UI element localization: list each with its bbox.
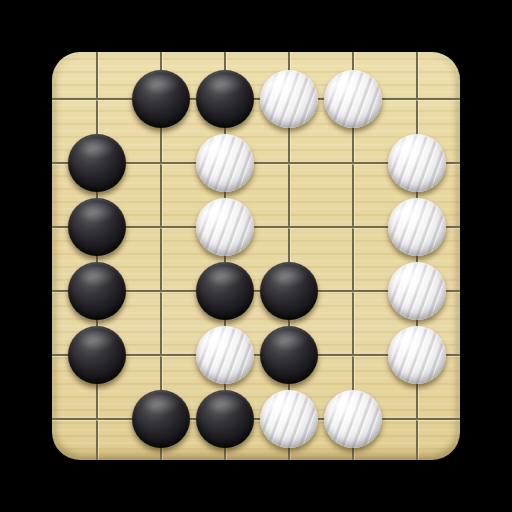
stone-black[interactable] [132, 70, 190, 128]
stone-white[interactable] [388, 326, 446, 384]
stone-black[interactable] [68, 326, 126, 384]
stone-black[interactable] [68, 262, 126, 320]
stone-white[interactable] [388, 198, 446, 256]
stone-white[interactable] [324, 70, 382, 128]
stone-black[interactable] [68, 134, 126, 192]
grid-line-vertical [96, 52, 98, 460]
go-board[interactable] [52, 52, 460, 460]
stone-white[interactable] [324, 390, 382, 448]
stone-black[interactable] [132, 390, 190, 448]
stone-black[interactable] [260, 326, 318, 384]
stone-black[interactable] [260, 262, 318, 320]
stone-black[interactable] [196, 262, 254, 320]
stone-white[interactable] [388, 262, 446, 320]
stone-white[interactable] [260, 390, 318, 448]
stone-white[interactable] [196, 134, 254, 192]
stone-black[interactable] [68, 198, 126, 256]
stone-black[interactable] [196, 70, 254, 128]
grid-line-horizontal [52, 98, 460, 100]
stone-white[interactable] [260, 70, 318, 128]
stone-white[interactable] [388, 134, 446, 192]
stone-white[interactable] [196, 198, 254, 256]
grid-line-vertical [416, 52, 418, 460]
grid-line-horizontal [52, 418, 460, 420]
stone-white[interactable] [196, 326, 254, 384]
app-background: { "game": "go", "description": "Go board… [0, 0, 512, 512]
stone-black[interactable] [196, 390, 254, 448]
